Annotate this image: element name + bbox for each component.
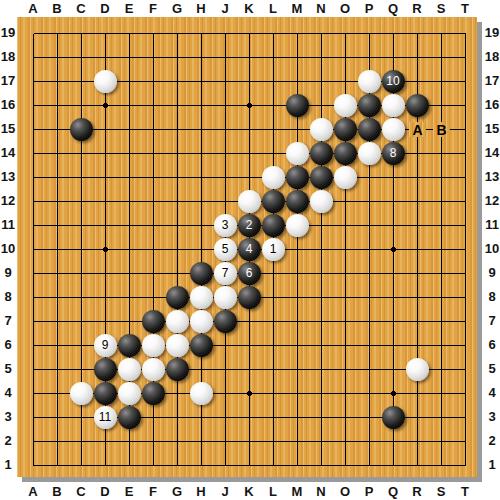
stone-white-M11	[286, 214, 309, 237]
hoshi	[247, 391, 252, 396]
hoshi	[391, 391, 396, 396]
stone-black-F4	[142, 382, 165, 405]
coord-top-Q: Q	[381, 1, 405, 16]
stone-white-F6	[142, 334, 165, 357]
coord-bottom-K: K	[237, 484, 261, 499]
move-number: 11	[99, 411, 111, 423]
coord-top-K: K	[237, 1, 261, 16]
coord-top-D: D	[93, 1, 117, 16]
stone-black-M12	[286, 190, 309, 213]
coord-left-4: 4	[0, 381, 16, 405]
stone-white-P17	[358, 70, 381, 93]
coord-left-1: 1	[0, 453, 16, 477]
coord-bottom-M: M	[285, 484, 309, 499]
stone-black-K10: 4	[238, 238, 261, 261]
coord-top-A: A	[21, 1, 45, 16]
hoshi	[103, 247, 108, 252]
coord-left-8: 8	[0, 285, 16, 309]
stone-black-H6	[190, 334, 213, 357]
coord-left-15: 15	[0, 117, 16, 141]
coord-bottom-H: H	[189, 484, 213, 499]
stone-white-J9: 7	[214, 262, 237, 285]
point-label-A: A	[409, 122, 426, 137]
move-number: 2	[246, 219, 253, 231]
stone-black-Q14: 8	[382, 142, 405, 165]
stone-white-O13	[334, 166, 357, 189]
stone-white-D3: 11	[94, 406, 117, 429]
coord-bottom-N: N	[309, 484, 333, 499]
coord-left-18: 18	[0, 45, 16, 69]
coord-right-3: 3	[484, 405, 500, 429]
stone-white-G7	[166, 310, 189, 333]
stone-black-L11	[262, 214, 285, 237]
coord-top-C: C	[69, 1, 93, 16]
coord-bottom-G: G	[165, 484, 189, 499]
stone-white-D6: 9	[94, 334, 117, 357]
coord-top-S: S	[429, 1, 453, 16]
stone-black-D4	[94, 382, 117, 405]
coord-bottom-D: D	[93, 484, 117, 499]
move-number: 10	[386, 75, 399, 87]
stone-white-G6	[166, 334, 189, 357]
stone-black-D5	[94, 358, 117, 381]
stone-black-P15	[358, 118, 381, 141]
stone-black-F7	[142, 310, 165, 333]
stone-white-F5	[142, 358, 165, 381]
coord-right-19: 19	[484, 21, 500, 45]
coord-top-P: P	[357, 1, 381, 16]
stone-black-E3	[118, 406, 141, 429]
coord-left-12: 12	[0, 189, 16, 213]
stone-white-E4	[118, 382, 141, 405]
stone-black-O15	[334, 118, 357, 141]
stone-white-R5	[406, 358, 429, 381]
coord-top-B: B	[45, 1, 69, 16]
coord-right-16: 16	[484, 93, 500, 117]
coord-right-8: 8	[484, 285, 500, 309]
stone-black-K11: 2	[238, 214, 261, 237]
coord-right-2: 2	[484, 429, 500, 453]
stone-white-Q15	[382, 118, 405, 141]
move-number: 9	[102, 339, 109, 351]
stone-black-H9	[190, 262, 213, 285]
point-label-B: B	[433, 122, 450, 137]
coord-bottom-R: R	[405, 484, 429, 499]
stone-white-L13	[262, 166, 285, 189]
coord-left-6: 6	[0, 333, 16, 357]
stone-white-H7	[190, 310, 213, 333]
stone-black-J7	[214, 310, 237, 333]
coord-left-3: 3	[0, 405, 16, 429]
coord-top-E: E	[117, 1, 141, 16]
coord-top-T: T	[453, 1, 477, 16]
coord-right-9: 9	[484, 261, 500, 285]
stone-black-C15	[70, 118, 93, 141]
coord-bottom-S: S	[429, 484, 453, 499]
coord-bottom-Q: Q	[381, 484, 405, 499]
stone-black-N13	[310, 166, 333, 189]
coord-right-10: 10	[484, 237, 500, 261]
hoshi	[391, 247, 396, 252]
go-diagram: AB1083254176911 AABBCCDDEEFFGGHHJJKKLLMM…	[0, 0, 500, 500]
stone-white-C4	[70, 382, 93, 405]
coord-right-15: 15	[484, 117, 500, 141]
coord-top-R: R	[405, 1, 429, 16]
hoshi	[103, 103, 108, 108]
coord-left-16: 16	[0, 93, 16, 117]
coord-bottom-C: C	[69, 484, 93, 499]
coord-bottom-P: P	[357, 484, 381, 499]
coord-left-2: 2	[0, 429, 16, 453]
coord-right-17: 17	[484, 69, 500, 93]
coord-left-9: 9	[0, 261, 16, 285]
coord-top-O: O	[333, 1, 357, 16]
coord-right-7: 7	[484, 309, 500, 333]
stone-black-G5	[166, 358, 189, 381]
coord-bottom-B: B	[45, 484, 69, 499]
stone-white-N12	[310, 190, 333, 213]
stone-black-Q3	[382, 406, 405, 429]
move-number: 4	[246, 243, 253, 255]
coord-bottom-L: L	[261, 484, 285, 499]
move-number: 8	[390, 147, 397, 159]
stone-white-M14	[286, 142, 309, 165]
stone-black-E6	[118, 334, 141, 357]
move-number: 7	[222, 267, 229, 279]
move-number: 1	[270, 243, 277, 255]
coord-top-L: L	[261, 1, 285, 16]
coord-left-17: 17	[0, 69, 16, 93]
stone-black-O14	[334, 142, 357, 165]
stone-white-N15	[310, 118, 333, 141]
stone-white-D17	[94, 70, 117, 93]
stone-black-Q17: 10	[382, 70, 405, 93]
stone-white-O16	[334, 94, 357, 117]
coord-left-14: 14	[0, 141, 16, 165]
hoshi	[247, 103, 252, 108]
stone-black-K8	[238, 286, 261, 309]
stone-black-M13	[286, 166, 309, 189]
stone-white-H4	[190, 382, 213, 405]
coord-right-4: 4	[484, 381, 500, 405]
coord-bottom-F: F	[141, 484, 165, 499]
goban[interactable]: AB1083254176911	[17, 17, 477, 477]
coord-left-5: 5	[0, 357, 16, 381]
stone-black-N14	[310, 142, 333, 165]
coord-top-H: H	[189, 1, 213, 16]
coord-right-1: 1	[484, 453, 500, 477]
coord-right-13: 13	[484, 165, 500, 189]
coord-bottom-J: J	[213, 484, 237, 499]
stone-black-R16	[406, 94, 429, 117]
stone-white-J11: 3	[214, 214, 237, 237]
coord-right-11: 11	[484, 213, 500, 237]
stone-white-L10: 1	[262, 238, 285, 261]
coord-left-13: 13	[0, 165, 16, 189]
coord-top-M: M	[285, 1, 309, 16]
stone-white-Q16	[382, 94, 405, 117]
stone-black-P16	[358, 94, 381, 117]
coord-top-F: F	[141, 1, 165, 16]
stone-black-M16	[286, 94, 309, 117]
coord-left-19: 19	[0, 21, 16, 45]
coord-top-N: N	[309, 1, 333, 16]
coord-right-14: 14	[484, 141, 500, 165]
coord-right-12: 12	[484, 189, 500, 213]
stone-black-K9: 6	[238, 262, 261, 285]
coord-left-7: 7	[0, 309, 16, 333]
coord-bottom-E: E	[117, 484, 141, 499]
coord-right-18: 18	[484, 45, 500, 69]
coord-left-10: 10	[0, 237, 16, 261]
coord-top-G: G	[165, 1, 189, 16]
coord-top-J: J	[213, 1, 237, 16]
stone-white-H8	[190, 286, 213, 309]
move-number: 5	[222, 243, 229, 255]
coord-bottom-A: A	[21, 484, 45, 499]
stone-black-G8	[166, 286, 189, 309]
coord-right-6: 6	[484, 333, 500, 357]
coord-left-11: 11	[0, 213, 16, 237]
stone-black-L12	[262, 190, 285, 213]
coord-bottom-T: T	[453, 484, 477, 499]
coord-bottom-O: O	[333, 484, 357, 499]
move-number: 6	[246, 267, 253, 279]
coord-right-5: 5	[484, 357, 500, 381]
stone-white-E5	[118, 358, 141, 381]
stone-white-J8	[214, 286, 237, 309]
move-number: 3	[222, 219, 229, 231]
stone-white-K12	[238, 190, 261, 213]
stone-white-J10: 5	[214, 238, 237, 261]
stone-white-P14	[358, 142, 381, 165]
